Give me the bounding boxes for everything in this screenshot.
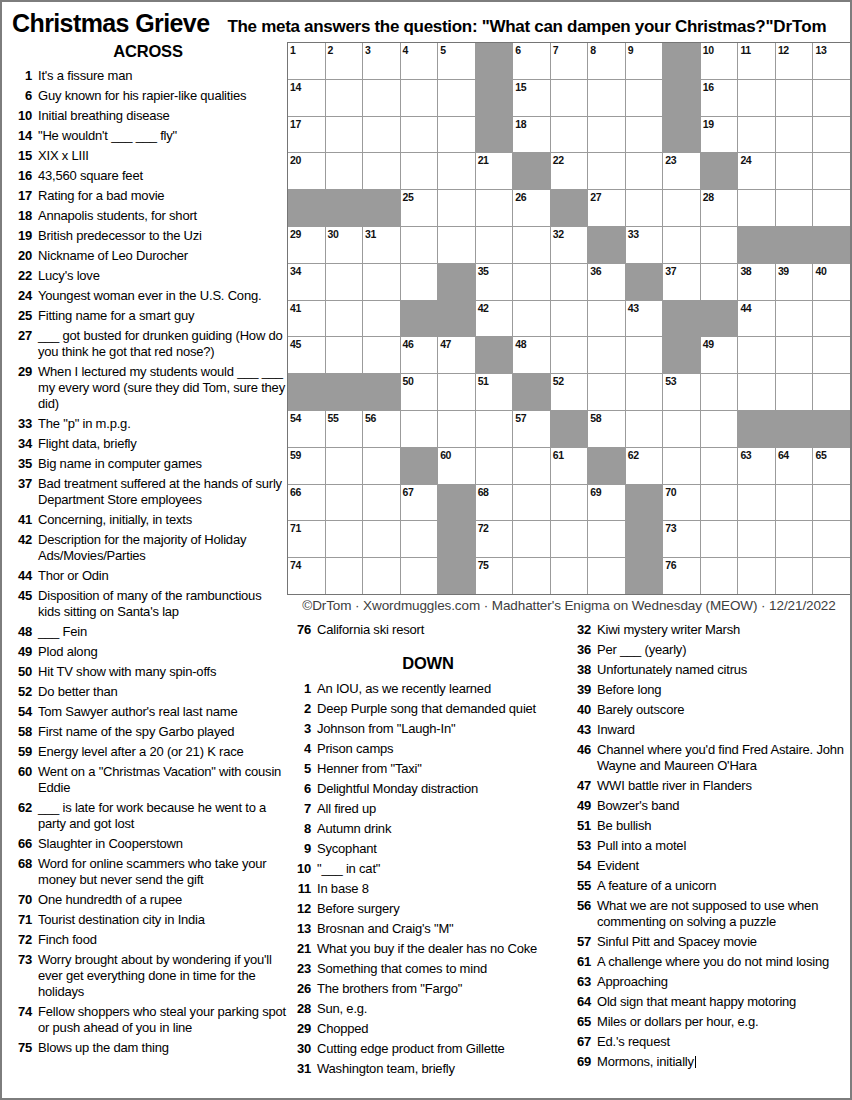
grid-cell[interactable] bbox=[363, 153, 400, 189]
grid-cell[interactable] bbox=[663, 448, 700, 484]
grid-cell[interactable]: 74 bbox=[288, 558, 325, 594]
clue-down-47[interactable]: 47WWI battle river in Flanders bbox=[569, 778, 849, 794]
grid-cell[interactable] bbox=[363, 264, 400, 300]
grid-cell[interactable] bbox=[438, 80, 475, 116]
cell-number: 65 bbox=[815, 449, 826, 461]
grid-cell[interactable] bbox=[401, 411, 438, 447]
clue-across-42[interactable]: 42Description for the majority of Holida… bbox=[10, 532, 286, 564]
grid-cell[interactable] bbox=[588, 80, 625, 116]
grid-cell[interactable]: 19 bbox=[701, 117, 738, 153]
clue-across-72[interactable]: 72Finch food bbox=[10, 932, 286, 948]
grid-cell[interactable]: 8 bbox=[588, 43, 625, 79]
clue-across-37[interactable]: 37Bad treatment suffered at the hands of… bbox=[10, 476, 286, 508]
grid-cell[interactable] bbox=[738, 521, 775, 557]
cell-number: 52 bbox=[553, 375, 564, 387]
grid-cell[interactable] bbox=[513, 558, 550, 594]
grid-cell[interactable] bbox=[513, 448, 550, 484]
clue-down-64[interactable]: 64Old sign that meant happy motoring bbox=[569, 994, 849, 1010]
clue-number: 64 bbox=[569, 994, 591, 1010]
grid-cell[interactable]: 64 bbox=[776, 448, 813, 484]
grid-cell[interactable]: 31 bbox=[363, 227, 400, 263]
clue-down-49[interactable]: 49Bowzer's band bbox=[569, 798, 849, 814]
grid-cell[interactable] bbox=[701, 558, 738, 594]
clue-text: Lucy's love bbox=[38, 268, 286, 284]
grid-cell[interactable]: 35 bbox=[476, 264, 513, 300]
grid-cell[interactable]: 37 bbox=[663, 264, 700, 300]
clue-across-68[interactable]: 68Word for online scammers who take your… bbox=[10, 856, 286, 888]
clue-down-43[interactable]: 43Inward bbox=[569, 722, 849, 738]
grid-cell[interactable] bbox=[438, 190, 475, 226]
clue-across-74[interactable]: 74Fellow shoppers who steal your parking… bbox=[10, 1004, 286, 1036]
clue-down-6[interactable]: 6Delightful Monday distraction bbox=[289, 781, 567, 797]
clue-across-24[interactable]: 24Youngest woman ever in the U.S. Cong. bbox=[10, 288, 286, 304]
grid-cell[interactable]: 29 bbox=[288, 227, 325, 263]
grid-cell[interactable]: 33 bbox=[626, 227, 663, 263]
clue-down-8[interactable]: 8Autumn drink bbox=[289, 821, 567, 837]
grid-cell[interactable] bbox=[588, 558, 625, 594]
clue-across-16[interactable]: 1643,560 square feet bbox=[10, 168, 286, 184]
clue-across-48[interactable]: 48___ Fein bbox=[10, 624, 286, 640]
grid-cell[interactable] bbox=[363, 80, 400, 116]
clue-across-70[interactable]: 70One hundredth of a rupee bbox=[10, 892, 286, 908]
grid-cell[interactable]: 15 bbox=[513, 80, 550, 116]
grid-cell[interactable] bbox=[363, 448, 400, 484]
grid-cell[interactable] bbox=[326, 264, 363, 300]
clue-down-54[interactable]: 54Evident bbox=[569, 858, 849, 874]
clue-across-66[interactable]: 66Slaughter in Cooperstown bbox=[10, 836, 286, 852]
grid-cell[interactable] bbox=[551, 80, 588, 116]
clue-across-62[interactable]: 62___ is late for work because he went t… bbox=[10, 800, 286, 832]
grid-cell[interactable] bbox=[363, 337, 400, 373]
clue-across-71[interactable]: 71Tourist destination city in India bbox=[10, 912, 286, 928]
clue-text: Bowzer's band bbox=[597, 798, 849, 814]
grid-cell[interactable] bbox=[438, 374, 475, 410]
grid-cell[interactable] bbox=[363, 521, 400, 557]
grid-cell[interactable]: 3 bbox=[363, 43, 400, 79]
clue-across-22[interactable]: 22Lucy's love bbox=[10, 268, 286, 284]
clue-across-6[interactable]: 6Guy known for his rapier-like qualities bbox=[10, 88, 286, 104]
grid-cell[interactable] bbox=[663, 227, 700, 263]
grid-cell[interactable] bbox=[776, 521, 813, 557]
grid-cell[interactable] bbox=[738, 117, 775, 153]
grid-cell[interactable] bbox=[776, 153, 813, 189]
grid-cell[interactable] bbox=[813, 190, 850, 226]
cell-number: 19 bbox=[703, 118, 714, 130]
cell-number: 1 bbox=[290, 44, 295, 56]
grid-cell[interactable]: 5 bbox=[438, 43, 475, 79]
grid-cell[interactable] bbox=[813, 153, 850, 189]
clue-down-46[interactable]: 46Channel where you'd find Fred Astaire.… bbox=[569, 742, 849, 774]
grid-cell[interactable] bbox=[363, 558, 400, 594]
grid-cell[interactable] bbox=[326, 153, 363, 189]
grid-cell[interactable]: 42 bbox=[476, 301, 513, 337]
grid-cell[interactable] bbox=[513, 301, 550, 337]
grid-cell[interactable] bbox=[626, 337, 663, 373]
grid-cell[interactable]: 48 bbox=[513, 337, 550, 373]
clue-down-28[interactable]: 28Sun, e.g. bbox=[289, 1001, 567, 1017]
grid-cell[interactable]: 70 bbox=[663, 485, 700, 521]
grid-cell[interactable]: 25 bbox=[401, 190, 438, 226]
clue-across-20[interactable]: 20Nickname of Leo Durocher bbox=[10, 248, 286, 264]
grid-cell[interactable] bbox=[401, 264, 438, 300]
grid-cell[interactable] bbox=[813, 521, 850, 557]
grid-cell[interactable] bbox=[476, 411, 513, 447]
grid-cell[interactable] bbox=[551, 301, 588, 337]
grid-cell[interactable] bbox=[513, 264, 550, 300]
grid-cell[interactable] bbox=[813, 301, 850, 337]
grid-cell[interactable]: 36 bbox=[588, 264, 625, 300]
clue-across-45[interactable]: 45Disposition of many of the rambunctiou… bbox=[10, 588, 286, 620]
grid-cell[interactable] bbox=[776, 117, 813, 153]
grid-cell[interactable]: 2 bbox=[326, 43, 363, 79]
clue-down-9[interactable]: 9Sycophant bbox=[289, 841, 567, 857]
grid-cell[interactable]: 45 bbox=[288, 337, 325, 373]
clue-down-31[interactable]: 31Washington team, briefly bbox=[289, 1061, 567, 1077]
grid-cell[interactable]: 27 bbox=[588, 190, 625, 226]
grid-cell[interactable] bbox=[701, 448, 738, 484]
grid-cell[interactable] bbox=[738, 190, 775, 226]
grid-cell[interactable] bbox=[626, 411, 663, 447]
grid-cell[interactable] bbox=[588, 521, 625, 557]
grid-cell[interactable] bbox=[363, 485, 400, 521]
grid-cell[interactable] bbox=[701, 485, 738, 521]
grid-cell[interactable] bbox=[776, 337, 813, 373]
grid-cell[interactable] bbox=[626, 80, 663, 116]
grid-cell[interactable]: 69 bbox=[588, 485, 625, 521]
grid-cell[interactable] bbox=[626, 190, 663, 226]
cell-number: 39 bbox=[778, 265, 789, 277]
clue-across-50[interactable]: 50Hit TV show with many spin-offs bbox=[10, 664, 286, 680]
clue-down-32[interactable]: 32Kiwi mystery writer Marsh bbox=[569, 622, 849, 638]
grid-cell[interactable] bbox=[551, 485, 588, 521]
grid-cell[interactable] bbox=[813, 337, 850, 373]
grid-cell[interactable] bbox=[551, 558, 588, 594]
grid-cell[interactable]: 72 bbox=[476, 521, 513, 557]
grid-cell[interactable] bbox=[738, 485, 775, 521]
grid-cell[interactable] bbox=[776, 190, 813, 226]
clue-down-21[interactable]: 21What you buy if the dealer has no Coke bbox=[289, 941, 567, 957]
clue-text: It's a fissure man bbox=[38, 68, 286, 84]
clue-across-54[interactable]: 54Tom Sawyer author's real last name bbox=[10, 704, 286, 720]
cell-number: 23 bbox=[665, 154, 676, 166]
block-cell bbox=[513, 153, 550, 189]
clue-across-29[interactable]: 29When I lectured my students would ___ … bbox=[10, 364, 286, 412]
grid-cell[interactable] bbox=[588, 374, 625, 410]
grid-cell[interactable]: 62 bbox=[626, 448, 663, 484]
grid-cell[interactable] bbox=[776, 80, 813, 116]
grid-cell[interactable] bbox=[513, 227, 550, 263]
clue-across-60[interactable]: 60Went on a "Christmas Vacation" with co… bbox=[10, 764, 286, 796]
grid-cell[interactable] bbox=[438, 117, 475, 153]
grid-cell[interactable]: 54 bbox=[288, 411, 325, 447]
clue-text: Cutting edge product from Gillette bbox=[317, 1041, 567, 1057]
grid-cell[interactable]: 56 bbox=[363, 411, 400, 447]
grid-cell[interactable] bbox=[626, 374, 663, 410]
clue-down-53[interactable]: 53Pull into a motel bbox=[569, 838, 849, 854]
grid-cell[interactable]: 18 bbox=[513, 117, 550, 153]
clue-across-76[interactable]: 76California ski resort bbox=[289, 622, 567, 638]
grid-cell[interactable] bbox=[588, 301, 625, 337]
grid-cell[interactable]: 73 bbox=[663, 521, 700, 557]
grid-cell[interactable] bbox=[476, 227, 513, 263]
clue-across-25[interactable]: 25Fitting name for a smart guy bbox=[10, 308, 286, 324]
grid-cell[interactable]: 14 bbox=[288, 80, 325, 116]
clue-number: 54 bbox=[569, 858, 591, 874]
grid-cell[interactable]: 65 bbox=[813, 448, 850, 484]
clue-number: 21 bbox=[289, 941, 311, 957]
grid-cell[interactable]: 30 bbox=[326, 227, 363, 263]
grid-cell[interactable]: 67 bbox=[401, 485, 438, 521]
grid-cell[interactable] bbox=[551, 264, 588, 300]
grid-cell[interactable] bbox=[326, 448, 363, 484]
grid-cell[interactable]: 57 bbox=[513, 411, 550, 447]
grid-cell[interactable] bbox=[401, 117, 438, 153]
cell-number: 49 bbox=[703, 338, 714, 350]
clue-down-61[interactable]: 61A challenge where you do not mind losi… bbox=[569, 954, 849, 970]
clue-across-44[interactable]: 44Thor or Odin bbox=[10, 568, 286, 584]
grid-cell[interactable] bbox=[551, 337, 588, 373]
grid-cell[interactable]: 61 bbox=[551, 448, 588, 484]
clue-across-58[interactable]: 58First name of the spy Garbo played bbox=[10, 724, 286, 740]
grid-cell[interactable]: 21 bbox=[476, 153, 513, 189]
clue-down-69[interactable]: 69Mormons, initially bbox=[569, 1054, 849, 1070]
grid-cell[interactable]: 7 bbox=[551, 43, 588, 79]
grid-cell[interactable] bbox=[663, 190, 700, 226]
grid-cell[interactable] bbox=[626, 153, 663, 189]
grid-cell[interactable] bbox=[401, 521, 438, 557]
clue-down-38[interactable]: 38Unfortunately named citrus bbox=[569, 662, 849, 678]
grid-cell[interactable] bbox=[738, 374, 775, 410]
grid-cell[interactable] bbox=[776, 374, 813, 410]
clue-down-56[interactable]: 56What we are not supposed to use when c… bbox=[569, 898, 849, 930]
clue-down-67[interactable]: 67Ed.'s request bbox=[569, 1034, 849, 1050]
clue-across-1[interactable]: 1It's a fissure man bbox=[10, 68, 286, 84]
grid-cell[interactable]: 9 bbox=[626, 43, 663, 79]
grid-cell[interactable]: 26 bbox=[513, 190, 550, 226]
clue-text: Youngest woman ever in the U.S. Cong. bbox=[38, 288, 286, 304]
grid-cell[interactable]: 39 bbox=[776, 264, 813, 300]
grid-cell[interactable]: 55 bbox=[326, 411, 363, 447]
grid-cell[interactable]: 6 bbox=[513, 43, 550, 79]
grid-cell[interactable] bbox=[363, 117, 400, 153]
grid-cell[interactable] bbox=[588, 153, 625, 189]
grid-cell[interactable]: 59 bbox=[288, 448, 325, 484]
clue-text: XIX x LIII bbox=[38, 148, 286, 164]
grid-cell[interactable]: 40 bbox=[813, 264, 850, 300]
clue-down-3[interactable]: 3Johnson from "Laugh-In" bbox=[289, 721, 567, 737]
clue-across-33[interactable]: 33The "p" in m.p.g. bbox=[10, 416, 286, 432]
clue-number: 28 bbox=[289, 1001, 311, 1017]
grid-cell[interactable] bbox=[363, 301, 400, 337]
grid-cell[interactable]: 71 bbox=[288, 521, 325, 557]
grid-cell[interactable]: 52 bbox=[551, 374, 588, 410]
grid-cell[interactable]: 23 bbox=[663, 153, 700, 189]
grid-cell[interactable]: 4 bbox=[401, 43, 438, 79]
grid-cell[interactable] bbox=[813, 117, 850, 153]
grid-cell[interactable] bbox=[776, 558, 813, 594]
clue-across-27[interactable]: 27___ got busted for drunken guiding (Ho… bbox=[10, 328, 286, 360]
clue-down-57[interactable]: 57Sinful Pitt and Spacey movie bbox=[569, 934, 849, 950]
clue-across-75[interactable]: 75Blows up the dam thing bbox=[10, 1040, 286, 1056]
clue-down-4[interactable]: 4Prison camps bbox=[289, 741, 567, 757]
grid-cell[interactable]: 58 bbox=[588, 411, 625, 447]
clue-across-49[interactable]: 49Plod along bbox=[10, 644, 286, 660]
grid-cell[interactable]: 32 bbox=[551, 227, 588, 263]
grid-cell[interactable]: 76 bbox=[663, 558, 700, 594]
grid-cell[interactable] bbox=[326, 337, 363, 373]
grid-cell[interactable] bbox=[401, 558, 438, 594]
grid-cell[interactable]: 20 bbox=[288, 153, 325, 189]
clue-down-39[interactable]: 39Before long bbox=[569, 682, 849, 698]
grid-cell[interactable] bbox=[738, 337, 775, 373]
grid-cell[interactable]: 75 bbox=[476, 558, 513, 594]
clue-down-10[interactable]: 10"___ in cat" bbox=[289, 861, 567, 877]
grid-cell[interactable] bbox=[738, 558, 775, 594]
grid-cell[interactable] bbox=[626, 117, 663, 153]
clue-text: Annapolis students, for short bbox=[38, 208, 286, 224]
clue-across-18[interactable]: 18Annapolis students, for short bbox=[10, 208, 286, 224]
clue-text: Barely outscore bbox=[597, 702, 849, 718]
grid-cell[interactable]: 24 bbox=[738, 153, 775, 189]
grid-cell[interactable]: 68 bbox=[476, 485, 513, 521]
clue-down-23[interactable]: 23Something that comes to mind bbox=[289, 961, 567, 977]
clue-across-10[interactable]: 10Initial breathing disease bbox=[10, 108, 286, 124]
clue-across-17[interactable]: 17Rating for a bad movie bbox=[10, 188, 286, 204]
clue-down-7[interactable]: 7All fired up bbox=[289, 801, 567, 817]
clue-text: ___ is late for work because he went to … bbox=[38, 800, 286, 832]
grid-cell[interactable] bbox=[401, 80, 438, 116]
grid-cell[interactable]: 41 bbox=[288, 301, 325, 337]
clue-across-73[interactable]: 73Worry brought about by wondering if yo… bbox=[10, 952, 286, 1000]
grid-cell[interactable]: 53 bbox=[663, 374, 700, 410]
grid-cell[interactable]: 66 bbox=[288, 485, 325, 521]
grid-cell[interactable]: 60 bbox=[438, 448, 475, 484]
clue-across-14[interactable]: 14"He wouldn't ___ ___ fly" bbox=[10, 128, 286, 144]
clue-down-40[interactable]: 40Barely outscore bbox=[569, 702, 849, 718]
grid-cell[interactable] bbox=[401, 153, 438, 189]
clue-across-59[interactable]: 59Energy level after a 20 (or 21) K race bbox=[10, 744, 286, 760]
clue-down-36[interactable]: 36Per ___ (yearly) bbox=[569, 642, 849, 658]
grid-cell[interactable]: 1 bbox=[288, 43, 325, 79]
cell-number: 75 bbox=[478, 559, 489, 571]
clue-number: 29 bbox=[289, 1021, 311, 1037]
clue-down-51[interactable]: 51Be bullish bbox=[569, 818, 849, 834]
block-cell bbox=[738, 411, 775, 447]
grid-cell[interactable] bbox=[813, 374, 850, 410]
grid-cell[interactable] bbox=[551, 117, 588, 153]
grid-cell[interactable]: 47 bbox=[438, 337, 475, 373]
grid-cell[interactable] bbox=[551, 521, 588, 557]
grid-cell[interactable] bbox=[813, 80, 850, 116]
grid-cell[interactable]: 38 bbox=[738, 264, 775, 300]
clue-across-19[interactable]: 19British predecessor to the Uzi bbox=[10, 228, 286, 244]
clue-number: 48 bbox=[10, 624, 32, 640]
clue-down-55[interactable]: 55A feature of a unicorn bbox=[569, 878, 849, 894]
grid-cell[interactable] bbox=[588, 337, 625, 373]
grid-cell[interactable] bbox=[738, 80, 775, 116]
grid-cell[interactable] bbox=[438, 411, 475, 447]
grid-cell[interactable]: 22 bbox=[551, 153, 588, 189]
grid-cell[interactable]: 16 bbox=[701, 80, 738, 116]
grid-cell[interactable]: 17 bbox=[288, 117, 325, 153]
grid-cell[interactable] bbox=[476, 448, 513, 484]
clue-down-1[interactable]: 1An IOU, as we recently learned bbox=[289, 681, 567, 697]
grid-cell[interactable] bbox=[513, 521, 550, 557]
grid-cell[interactable] bbox=[588, 117, 625, 153]
grid-cell[interactable] bbox=[326, 558, 363, 594]
grid-cell[interactable] bbox=[701, 411, 738, 447]
grid-cell[interactable] bbox=[326, 485, 363, 521]
clue-down-63[interactable]: 63Approaching bbox=[569, 974, 849, 990]
grid-cell[interactable] bbox=[326, 521, 363, 557]
clue-down-13[interactable]: 13Brosnan and Craig's "M" bbox=[289, 921, 567, 937]
grid-cell[interactable] bbox=[663, 411, 700, 447]
grid-cell[interactable] bbox=[476, 190, 513, 226]
clue-number: 25 bbox=[10, 308, 32, 324]
grid-cell[interactable] bbox=[438, 227, 475, 263]
cell-number: 63 bbox=[740, 449, 751, 461]
grid-cell[interactable] bbox=[401, 227, 438, 263]
clue-across-15[interactable]: 15XIX x LIII bbox=[10, 148, 286, 164]
grid-cell[interactable]: 44 bbox=[738, 301, 775, 337]
grid-cell[interactable] bbox=[813, 485, 850, 521]
grid-cell[interactable] bbox=[813, 558, 850, 594]
clue-down-30[interactable]: 30Cutting edge product from Gillette bbox=[289, 1041, 567, 1057]
grid-cell[interactable] bbox=[776, 485, 813, 521]
clue-text: In base 8 bbox=[317, 881, 567, 897]
clue-down-26[interactable]: 26The brothers from "Fargo" bbox=[289, 981, 567, 997]
grid-cell[interactable]: 28 bbox=[701, 190, 738, 226]
grid-cell[interactable] bbox=[438, 153, 475, 189]
grid-cell[interactable]: 11 bbox=[738, 43, 775, 79]
grid-cell[interactable]: 51 bbox=[476, 374, 513, 410]
clue-number: 58 bbox=[10, 724, 32, 740]
puzzle-author: DrTom bbox=[773, 17, 827, 37]
grid-cell[interactable] bbox=[326, 80, 363, 116]
clue-across-41[interactable]: 41Concerning, initially, in texts bbox=[10, 512, 286, 528]
cell-number: 47 bbox=[440, 338, 451, 350]
clue-across-52[interactable]: 52Do better than bbox=[10, 684, 286, 700]
grid-cell[interactable] bbox=[701, 264, 738, 300]
grid-cell[interactable]: 10 bbox=[701, 43, 738, 79]
clue-down-12[interactable]: 12Before surgery bbox=[289, 901, 567, 917]
clue-across-34[interactable]: 34Flight data, briefly bbox=[10, 436, 286, 452]
grid-cell[interactable]: 13 bbox=[813, 43, 850, 79]
clue-down-29[interactable]: 29Chopped bbox=[289, 1021, 567, 1037]
clue-down-11[interactable]: 11In base 8 bbox=[289, 881, 567, 897]
grid-cell[interactable]: 12 bbox=[776, 43, 813, 79]
grid-cell[interactable] bbox=[326, 117, 363, 153]
grid-cell[interactable] bbox=[701, 521, 738, 557]
cell-number: 72 bbox=[478, 522, 489, 534]
grid-cell[interactable]: 46 bbox=[401, 337, 438, 373]
grid-cell[interactable]: 34 bbox=[288, 264, 325, 300]
grid-cell[interactable] bbox=[701, 374, 738, 410]
clue-down-65[interactable]: 65Miles or dollars per hour, e.g. bbox=[569, 1014, 849, 1030]
grid-cell[interactable] bbox=[513, 485, 550, 521]
grid-cell[interactable] bbox=[776, 301, 813, 337]
clue-down-2[interactable]: 2Deep Purple song that demanded quiet bbox=[289, 701, 567, 717]
grid-cell[interactable] bbox=[701, 227, 738, 263]
grid-cell[interactable]: 43 bbox=[626, 301, 663, 337]
grid-cell[interactable]: 50 bbox=[401, 374, 438, 410]
clue-down-5[interactable]: 5Henner from "Taxi" bbox=[289, 761, 567, 777]
grid-cell[interactable] bbox=[326, 301, 363, 337]
grid-cell[interactable]: 49 bbox=[701, 337, 738, 373]
grid-cell[interactable]: 63 bbox=[738, 448, 775, 484]
clue-across-35[interactable]: 35Big name in computer games bbox=[10, 456, 286, 472]
cell-number: 16 bbox=[703, 81, 714, 93]
